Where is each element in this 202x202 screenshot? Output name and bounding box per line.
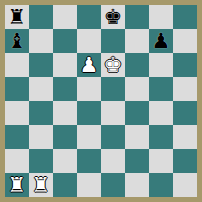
square-g4[interactable] xyxy=(149,101,173,125)
piece-black-bishop-a7[interactable]: ♝ xyxy=(8,29,27,53)
square-h6[interactable] xyxy=(173,53,197,77)
square-e3[interactable] xyxy=(101,125,125,149)
square-h8[interactable] xyxy=(173,5,197,29)
square-c1[interactable] xyxy=(53,173,77,197)
chess-board: ♜♚♝♟♟♚♜♜ xyxy=(5,5,197,197)
square-c4[interactable] xyxy=(53,101,77,125)
square-g2[interactable] xyxy=(149,149,173,173)
square-d3[interactable] xyxy=(77,125,101,149)
square-g1[interactable] xyxy=(149,173,173,197)
square-e4[interactable] xyxy=(101,101,125,125)
piece-white-rook-b1[interactable]: ♜ xyxy=(32,173,51,197)
square-a7[interactable]: ♝ xyxy=(5,29,29,53)
square-d7[interactable] xyxy=(77,29,101,53)
square-h1[interactable] xyxy=(173,173,197,197)
square-d1[interactable] xyxy=(77,173,101,197)
square-h3[interactable] xyxy=(173,125,197,149)
piece-white-pawn-d6[interactable]: ♟ xyxy=(80,53,99,77)
square-f8[interactable] xyxy=(125,5,149,29)
square-b6[interactable] xyxy=(29,53,53,77)
square-b1[interactable]: ♜ xyxy=(29,173,53,197)
square-f4[interactable] xyxy=(125,101,149,125)
square-e1[interactable] xyxy=(101,173,125,197)
square-e6[interactable]: ♚ xyxy=(101,53,125,77)
square-a5[interactable] xyxy=(5,77,29,101)
square-a1[interactable]: ♜ xyxy=(5,173,29,197)
square-b3[interactable] xyxy=(29,125,53,149)
square-h5[interactable] xyxy=(173,77,197,101)
square-d4[interactable] xyxy=(77,101,101,125)
piece-white-rook-a1[interactable]: ♜ xyxy=(8,173,27,197)
square-b8[interactable] xyxy=(29,5,53,29)
square-f6[interactable] xyxy=(125,53,149,77)
square-d2[interactable] xyxy=(77,149,101,173)
square-c5[interactable] xyxy=(53,77,77,101)
square-f1[interactable] xyxy=(125,173,149,197)
square-a4[interactable] xyxy=(5,101,29,125)
square-c7[interactable] xyxy=(53,29,77,53)
piece-black-pawn-g7[interactable]: ♟ xyxy=(152,29,171,53)
square-b4[interactable] xyxy=(29,101,53,125)
square-g6[interactable] xyxy=(149,53,173,77)
square-f7[interactable] xyxy=(125,29,149,53)
square-e7[interactable] xyxy=(101,29,125,53)
square-f2[interactable] xyxy=(125,149,149,173)
square-a8[interactable]: ♜ xyxy=(5,5,29,29)
square-b2[interactable] xyxy=(29,149,53,173)
square-f5[interactable] xyxy=(125,77,149,101)
piece-white-king-e6[interactable]: ♚ xyxy=(104,53,123,77)
square-d5[interactable] xyxy=(77,77,101,101)
piece-black-rook-a8[interactable]: ♜ xyxy=(8,5,27,29)
square-g8[interactable] xyxy=(149,5,173,29)
square-b7[interactable] xyxy=(29,29,53,53)
square-f3[interactable] xyxy=(125,125,149,149)
square-c3[interactable] xyxy=(53,125,77,149)
square-c6[interactable] xyxy=(53,53,77,77)
square-e2[interactable] xyxy=(101,149,125,173)
square-g3[interactable] xyxy=(149,125,173,149)
square-h2[interactable] xyxy=(173,149,197,173)
square-a3[interactable] xyxy=(5,125,29,149)
square-g5[interactable] xyxy=(149,77,173,101)
square-g7[interactable]: ♟ xyxy=(149,29,173,53)
square-e8[interactable]: ♚ xyxy=(101,5,125,29)
square-c8[interactable] xyxy=(53,5,77,29)
board-frame: ♜♚♝♟♟♚♜♜ xyxy=(0,0,202,202)
square-d6[interactable]: ♟ xyxy=(77,53,101,77)
piece-black-king-e8[interactable]: ♚ xyxy=(104,5,123,29)
square-c2[interactable] xyxy=(53,149,77,173)
square-d8[interactable] xyxy=(77,5,101,29)
square-e5[interactable] xyxy=(101,77,125,101)
square-a6[interactable] xyxy=(5,53,29,77)
square-h4[interactable] xyxy=(173,101,197,125)
square-b5[interactable] xyxy=(29,77,53,101)
square-a2[interactable] xyxy=(5,149,29,173)
square-h7[interactable] xyxy=(173,29,197,53)
